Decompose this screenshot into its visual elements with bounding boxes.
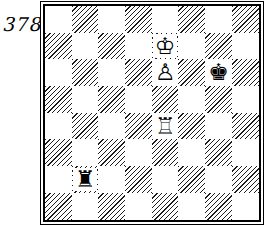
square-d5[interactable] bbox=[125, 86, 152, 113]
white-pawn-piece: ♙ bbox=[155, 61, 176, 84]
square-b5[interactable] bbox=[72, 86, 99, 113]
square-g6[interactable]: ♚ bbox=[205, 59, 232, 86]
square-e7[interactable]: ♔ bbox=[152, 33, 179, 60]
square-d7[interactable] bbox=[125, 33, 152, 60]
square-h7[interactable] bbox=[232, 33, 259, 60]
square-f2[interactable] bbox=[178, 166, 205, 193]
square-e2[interactable] bbox=[152, 166, 179, 193]
square-e1[interactable] bbox=[152, 193, 179, 220]
square-b6[interactable] bbox=[72, 59, 99, 86]
square-c4[interactable] bbox=[98, 113, 125, 140]
black-king-piece: ♚ bbox=[208, 61, 229, 84]
board-grid: ♔♙♚♖♜ bbox=[43, 4, 261, 222]
square-e4[interactable]: ♖ bbox=[152, 113, 179, 140]
square-e3[interactable] bbox=[152, 139, 179, 166]
square-b2[interactable]: ♜ bbox=[72, 166, 99, 193]
square-h1[interactable] bbox=[232, 193, 259, 220]
square-b3[interactable] bbox=[72, 139, 99, 166]
square-b7[interactable] bbox=[72, 33, 99, 60]
square-c7[interactable] bbox=[98, 33, 125, 60]
square-a8[interactable] bbox=[45, 6, 72, 33]
square-b1[interactable] bbox=[72, 193, 99, 220]
square-d8[interactable] bbox=[125, 6, 152, 33]
square-f1[interactable] bbox=[178, 193, 205, 220]
square-f5[interactable] bbox=[178, 86, 205, 113]
square-a7[interactable] bbox=[45, 33, 72, 60]
square-c2[interactable] bbox=[98, 166, 125, 193]
square-g7[interactable] bbox=[205, 33, 232, 60]
square-g1[interactable] bbox=[205, 193, 232, 220]
square-a4[interactable] bbox=[45, 113, 72, 140]
square-h3[interactable] bbox=[232, 139, 259, 166]
square-a3[interactable] bbox=[45, 139, 72, 166]
diagram-number: 378 bbox=[2, 13, 41, 35]
square-a2[interactable] bbox=[45, 166, 72, 193]
square-e8[interactable] bbox=[152, 6, 179, 33]
square-c1[interactable] bbox=[98, 193, 125, 220]
square-g5[interactable] bbox=[205, 86, 232, 113]
square-g3[interactable] bbox=[205, 139, 232, 166]
square-f3[interactable] bbox=[178, 139, 205, 166]
square-d3[interactable] bbox=[125, 139, 152, 166]
square-d1[interactable] bbox=[125, 193, 152, 220]
square-a5[interactable] bbox=[45, 86, 72, 113]
white-rook-piece: ♖ bbox=[155, 115, 176, 138]
square-d6[interactable] bbox=[125, 59, 152, 86]
square-h4[interactable] bbox=[232, 113, 259, 140]
square-a1[interactable] bbox=[45, 193, 72, 220]
square-c3[interactable] bbox=[98, 139, 125, 166]
square-c8[interactable] bbox=[98, 6, 125, 33]
black-rook-piece: ♜ bbox=[75, 168, 96, 191]
square-f4[interactable] bbox=[178, 113, 205, 140]
square-e5[interactable] bbox=[152, 86, 179, 113]
square-d2[interactable] bbox=[125, 166, 152, 193]
square-h8[interactable] bbox=[232, 6, 259, 33]
square-g8[interactable] bbox=[205, 6, 232, 33]
white-king-piece: ♔ bbox=[155, 35, 176, 58]
square-f7[interactable] bbox=[178, 33, 205, 60]
square-h6[interactable] bbox=[232, 59, 259, 86]
chess-board-frame: ♔♙♚♖♜ bbox=[40, 1, 264, 225]
square-b8[interactable] bbox=[72, 6, 99, 33]
square-g2[interactable] bbox=[205, 166, 232, 193]
square-f6[interactable] bbox=[178, 59, 205, 86]
square-f8[interactable] bbox=[178, 6, 205, 33]
square-h2[interactable] bbox=[232, 166, 259, 193]
square-g4[interactable] bbox=[205, 113, 232, 140]
square-a6[interactable] bbox=[45, 59, 72, 86]
square-e6[interactable]: ♙ bbox=[152, 59, 179, 86]
square-h5[interactable] bbox=[232, 86, 259, 113]
square-c5[interactable] bbox=[98, 86, 125, 113]
square-b4[interactable] bbox=[72, 113, 99, 140]
square-c6[interactable] bbox=[98, 59, 125, 86]
square-d4[interactable] bbox=[125, 113, 152, 140]
